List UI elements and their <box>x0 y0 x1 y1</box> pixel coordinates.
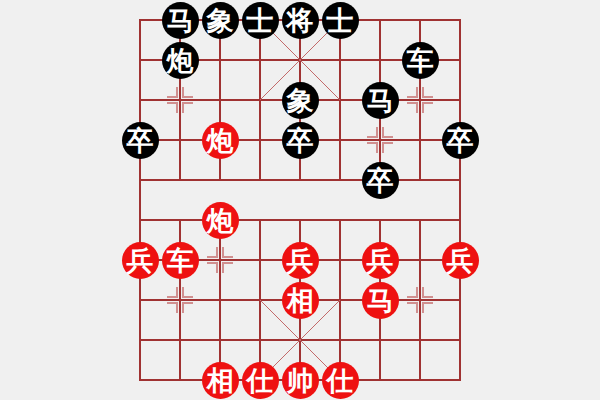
piece-red-soldier[interactable]: 兵 <box>122 242 159 279</box>
piece-red-horse[interactable]: 马 <box>362 282 399 319</box>
piece-black-horse[interactable]: 马 <box>362 82 399 119</box>
marker-corner-bracket <box>207 262 218 273</box>
piece-red-cannon[interactable]: 炮 <box>202 122 239 159</box>
marker-corner-bracket <box>367 142 378 153</box>
marker-corner-bracket <box>167 102 178 113</box>
xiangqi-board: 马象士将士炮车象马卒炮卒卒卒炮兵车兵兵兵相马相仕帅仕 <box>0 0 600 400</box>
marker-corner-bracket <box>182 287 193 298</box>
point-marker <box>360 120 400 160</box>
piece-red-elephant[interactable]: 相 <box>202 362 239 399</box>
marker-corner-bracket <box>407 102 418 113</box>
piece-red-chariot[interactable]: 车 <box>162 242 199 279</box>
marker-corner-bracket <box>422 102 433 113</box>
marker-corner-bracket <box>367 127 378 138</box>
marker-corner-bracket <box>222 247 233 258</box>
piece-black-soldier[interactable]: 卒 <box>282 122 319 159</box>
piece-red-cannon[interactable]: 炮 <box>202 202 239 239</box>
piece-red-soldier[interactable]: 兵 <box>362 242 399 279</box>
piece-black-soldier[interactable]: 卒 <box>442 122 479 159</box>
marker-corner-bracket <box>422 302 433 313</box>
marker-corner-bracket <box>407 302 418 313</box>
marker-corner-bracket <box>382 127 393 138</box>
piece-black-elephant[interactable]: 象 <box>282 82 319 119</box>
marker-corner-bracket <box>407 87 418 98</box>
marker-corner-bracket <box>182 87 193 98</box>
marker-corner-bracket <box>182 102 193 113</box>
piece-black-chariot[interactable]: 车 <box>402 42 439 79</box>
marker-corner-bracket <box>207 247 218 258</box>
marker-corner-bracket <box>422 87 433 98</box>
piece-black-elephant[interactable]: 象 <box>202 2 239 39</box>
piece-red-elephant[interactable]: 相 <box>282 282 319 319</box>
board-intersections: 马象士将士炮车象马卒炮卒卒卒炮兵车兵兵兵相马相仕帅仕 <box>120 0 480 400</box>
piece-red-advisor[interactable]: 仕 <box>322 362 359 399</box>
piece-black-soldier[interactable]: 卒 <box>362 162 399 199</box>
piece-black-soldier[interactable]: 卒 <box>122 122 159 159</box>
marker-corner-bracket <box>167 302 178 313</box>
marker-corner-bracket <box>167 87 178 98</box>
point-marker <box>200 240 240 280</box>
piece-red-soldier[interactable]: 兵 <box>282 242 319 279</box>
point-marker <box>160 280 200 320</box>
marker-corner-bracket <box>182 302 193 313</box>
piece-red-advisor[interactable]: 仕 <box>242 362 279 399</box>
marker-corner-bracket <box>167 287 178 298</box>
piece-black-general[interactable]: 将 <box>282 2 319 39</box>
point-marker <box>400 80 440 120</box>
piece-black-cannon[interactable]: 炮 <box>162 42 199 79</box>
marker-corner-bracket <box>222 262 233 273</box>
piece-red-soldier[interactable]: 兵 <box>442 242 479 279</box>
piece-black-horse[interactable]: 马 <box>162 2 199 39</box>
marker-corner-bracket <box>382 142 393 153</box>
piece-black-advisor[interactable]: 士 <box>322 2 359 39</box>
piece-black-advisor[interactable]: 士 <box>242 2 279 39</box>
point-marker <box>160 80 200 120</box>
marker-corner-bracket <box>422 287 433 298</box>
piece-red-general[interactable]: 帅 <box>282 362 319 399</box>
point-marker <box>400 280 440 320</box>
marker-corner-bracket <box>407 287 418 298</box>
